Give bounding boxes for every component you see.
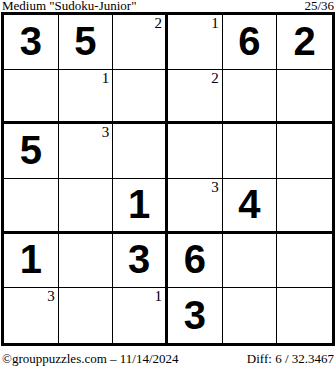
cell-value: 4 bbox=[238, 184, 260, 224]
pencil-mark: 1 bbox=[211, 15, 219, 31]
cell-r4c4[interactable]: 3 bbox=[168, 179, 223, 234]
cell-r5c5[interactable] bbox=[223, 234, 278, 289]
cell-r3c5[interactable] bbox=[223, 124, 278, 179]
cell-value: 1 bbox=[20, 239, 42, 279]
cell-value: 1 bbox=[128, 184, 150, 224]
cell-r1c1[interactable]: 3 bbox=[4, 15, 59, 70]
cell-r2c2[interactable]: 1 bbox=[59, 70, 114, 125]
cell-r3c6[interactable] bbox=[277, 124, 332, 179]
cell-r2c5[interactable] bbox=[223, 70, 278, 125]
cell-r2c6[interactable] bbox=[277, 70, 332, 125]
pencil-mark: 2 bbox=[211, 70, 219, 86]
cell-value: 2 bbox=[294, 21, 316, 61]
cell-r2c4[interactable]: 2 bbox=[168, 70, 223, 125]
footer: ©grouppuzzles.com – 11/14/2024 Diff: 6 /… bbox=[1, 352, 335, 366]
cell-value: 5 bbox=[74, 21, 96, 61]
cell-r6c6[interactable] bbox=[277, 288, 332, 343]
cell-r2c3[interactable] bbox=[113, 70, 168, 125]
puzzle-title: Medium "Sudoku-Junior" bbox=[2, 0, 136, 12]
pencil-mark: 3 bbox=[47, 288, 55, 304]
cell-r6c3[interactable]: 1 bbox=[113, 288, 168, 343]
pencil-mark: 3 bbox=[102, 124, 110, 140]
cell-r6c4[interactable]: 3 bbox=[168, 288, 223, 343]
cell-value: 3 bbox=[184, 295, 206, 335]
cell-r3c1[interactable]: 5 bbox=[4, 124, 59, 179]
cell-r1c6[interactable]: 2 bbox=[277, 15, 332, 70]
cell-r3c3[interactable] bbox=[113, 124, 168, 179]
cell-value: 3 bbox=[20, 21, 42, 61]
cell-r5c3[interactable]: 3 bbox=[113, 234, 168, 289]
clue-counter: 25/36 bbox=[304, 0, 334, 12]
cell-r4c3[interactable]: 1 bbox=[113, 179, 168, 234]
cell-r5c1[interactable]: 1 bbox=[4, 234, 59, 289]
cell-r5c4[interactable]: 6 bbox=[168, 234, 223, 289]
pencil-mark: 3 bbox=[211, 179, 219, 195]
cell-r6c2[interactable] bbox=[59, 288, 114, 343]
cell-r1c2[interactable]: 5 bbox=[59, 15, 114, 70]
cell-r4c1[interactable] bbox=[4, 179, 59, 234]
pencil-mark: 1 bbox=[102, 70, 110, 86]
cell-r4c6[interactable] bbox=[277, 179, 332, 234]
cell-r3c2[interactable]: 3 bbox=[59, 124, 114, 179]
cell-value: 5 bbox=[20, 130, 42, 170]
cell-r5c6[interactable] bbox=[277, 234, 332, 289]
header: Medium "Sudoku-Junior" 25/36 bbox=[1, 0, 335, 12]
sudoku-board: 3 5 2 1 6 2 1 2 5 3 1 3 4 1 3 6 3 1 3 bbox=[1, 12, 335, 346]
cell-value: 3 bbox=[128, 239, 150, 279]
cell-value: 6 bbox=[238, 21, 260, 61]
pencil-mark: 2 bbox=[155, 15, 163, 31]
cell-value: 6 bbox=[184, 239, 206, 279]
difficulty-label: Diff: 6 / 32.3467 bbox=[247, 352, 334, 366]
cell-r1c4[interactable]: 1 bbox=[168, 15, 223, 70]
pencil-mark: 1 bbox=[155, 288, 163, 304]
cell-r6c1[interactable]: 3 bbox=[4, 288, 59, 343]
cell-r6c5[interactable] bbox=[223, 288, 278, 343]
cell-r3c4[interactable] bbox=[168, 124, 223, 179]
cell-r1c5[interactable]: 6 bbox=[223, 15, 278, 70]
cell-r5c2[interactable] bbox=[59, 234, 114, 289]
cell-r4c5[interactable]: 4 bbox=[223, 179, 278, 234]
cell-r2c1[interactable] bbox=[4, 70, 59, 125]
cell-r1c3[interactable]: 2 bbox=[113, 15, 168, 70]
puzzle-page: Medium "Sudoku-Junior" 25/36 3 5 2 1 6 2… bbox=[0, 0, 336, 366]
cell-r4c2[interactable] bbox=[59, 179, 114, 234]
copyright-credit: ©grouppuzzles.com – 11/14/2024 bbox=[2, 352, 179, 366]
